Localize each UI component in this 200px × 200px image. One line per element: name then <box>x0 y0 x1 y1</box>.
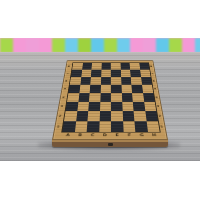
sticky-note-8 <box>91 38 104 53</box>
sticky-note-15 <box>182 38 195 53</box>
square-d6 <box>101 77 111 85</box>
file-label-b: B <box>74 133 87 138</box>
square-e4 <box>111 93 122 102</box>
square-f3 <box>122 102 134 111</box>
square-b6 <box>80 77 91 85</box>
square-d8 <box>101 63 111 70</box>
sticky-note-14 <box>169 38 182 53</box>
file-label-e: E <box>111 133 123 138</box>
square-f7 <box>120 70 130 77</box>
rank-label-right-3: 3 <box>155 102 162 111</box>
square-f8 <box>120 63 130 70</box>
sticky-note-9 <box>104 38 117 53</box>
square-d5 <box>100 85 111 93</box>
square-b4 <box>78 93 90 102</box>
sticky-note-11 <box>130 38 143 53</box>
square-c4 <box>89 93 100 102</box>
square-e1 <box>111 121 123 132</box>
sticky-note-2 <box>13 38 26 53</box>
rank-label-right-4: 4 <box>153 93 160 102</box>
square-f2 <box>122 111 134 121</box>
square-b5 <box>79 85 90 93</box>
file-label-a: A <box>61 133 74 138</box>
sticky-note-1 <box>0 38 13 53</box>
sticky-note-13 <box>156 38 169 53</box>
square-e2 <box>111 111 123 121</box>
chess-board: ABCDEFGH 87654321 87654321 <box>52 60 168 140</box>
square-d2 <box>99 111 111 121</box>
photo-band: ABCDEFGH 87654321 87654321 <box>0 38 200 161</box>
sticky-note-7 <box>78 38 91 53</box>
file-label-f: F <box>123 133 136 138</box>
square-c7 <box>91 70 101 77</box>
square-b1 <box>74 121 87 132</box>
square-e3 <box>111 102 122 111</box>
rank-label-right-2: 2 <box>156 111 163 121</box>
square-c5 <box>90 85 101 93</box>
square-e6 <box>111 77 121 85</box>
sticky-notes-strip <box>0 38 200 53</box>
file-label-h: H <box>148 133 161 138</box>
sticky-note-10 <box>117 38 130 53</box>
sticky-note-3 <box>26 38 39 53</box>
board-front-edge <box>52 139 168 147</box>
sticky-note-4 <box>39 38 52 53</box>
square-c6 <box>90 77 101 85</box>
square-f1 <box>123 121 136 132</box>
square-c2 <box>87 111 99 121</box>
playing-area <box>61 62 161 132</box>
board-frame: ABCDEFGH 87654321 87654321 <box>52 60 168 140</box>
square-d7 <box>101 70 111 77</box>
file-labels: ABCDEFGH <box>61 133 160 138</box>
square-f5 <box>121 85 132 93</box>
square-e5 <box>111 85 122 93</box>
square-b2 <box>76 111 89 121</box>
square-b3 <box>77 102 89 111</box>
sticky-note-12 <box>143 38 156 53</box>
square-d3 <box>100 102 111 111</box>
rank-label-right-7: 7 <box>149 70 155 77</box>
square-f6 <box>121 77 132 85</box>
square-c3 <box>88 102 100 111</box>
square-f4 <box>121 93 132 102</box>
sticky-note-6 <box>65 38 78 53</box>
square-c1 <box>87 121 100 132</box>
rank-label-right-5: 5 <box>152 85 158 93</box>
file-label-c: C <box>86 133 99 138</box>
square-d1 <box>99 121 111 132</box>
sticky-note-5 <box>52 38 65 53</box>
square-d4 <box>100 93 111 102</box>
file-label-g: G <box>135 133 148 138</box>
rank-label-right-6: 6 <box>151 77 157 85</box>
board-latch <box>108 143 113 146</box>
square-e7 <box>111 70 121 77</box>
square-e8 <box>111 63 121 70</box>
rank-label-right-1: 1 <box>158 121 166 132</box>
square-b8 <box>82 63 92 70</box>
square-b7 <box>81 70 92 77</box>
file-label-d: D <box>99 133 111 138</box>
sticky-note-16 <box>195 38 200 53</box>
rank-label-right-8: 8 <box>148 63 154 70</box>
photo-of-chessboard: ABCDEFGH 87654321 87654321 <box>0 0 200 200</box>
square-c8 <box>91 63 101 70</box>
